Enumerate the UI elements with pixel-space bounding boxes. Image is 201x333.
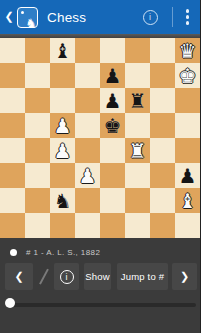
square-f6[interactable]: ♜ <box>125 88 150 113</box>
black-bishop: ♝ <box>50 38 75 63</box>
back-chevron-icon[interactable]: ❮ <box>3 0 15 34</box>
move-slider-track[interactable] <box>10 303 196 307</box>
white-king: ♚ <box>175 63 200 88</box>
square-h8[interactable]: ♛ <box>175 38 200 63</box>
black-rook: ♜ <box>125 88 150 113</box>
square-c4[interactable]: ♟ <box>50 138 75 163</box>
square-g5[interactable] <box>150 113 175 138</box>
square-f2[interactable] <box>125 188 150 213</box>
square-d4[interactable] <box>75 138 100 163</box>
square-e6[interactable]: ♟ <box>100 88 125 113</box>
square-a5[interactable] <box>0 113 25 138</box>
square-b5[interactable] <box>25 113 50 138</box>
move-slider-thumb[interactable] <box>5 298 15 308</box>
white-rook: ♜ <box>125 138 150 163</box>
square-a8[interactable] <box>0 38 25 63</box>
black-pawn: ♟ <box>100 63 125 88</box>
square-h7[interactable]: ♚ <box>175 63 200 88</box>
square-e3[interactable] <box>100 163 125 188</box>
square-e2[interactable] <box>100 188 125 213</box>
square-f8[interactable] <box>125 38 150 63</box>
square-c5[interactable]: ♟ <box>50 113 75 138</box>
square-a7[interactable] <box>0 63 25 88</box>
square-g1[interactable] <box>150 213 175 238</box>
problem-indicator-dot <box>10 249 17 256</box>
square-f5[interactable] <box>125 113 150 138</box>
white-queen: ♛ <box>175 38 200 63</box>
square-g4[interactable] <box>150 138 175 163</box>
app-icon-knight-glyph: ♞ <box>25 17 37 30</box>
show-button[interactable]: Show <box>84 263 111 290</box>
square-d8[interactable] <box>75 38 100 63</box>
square-h6[interactable] <box>175 88 200 113</box>
square-b6[interactable] <box>25 88 50 113</box>
square-d7[interactable] <box>75 63 100 88</box>
black-pawn: ♟ <box>100 88 125 113</box>
square-h5[interactable] <box>175 113 200 138</box>
square-h4[interactable] <box>175 138 200 163</box>
square-b7[interactable] <box>25 63 50 88</box>
square-h3[interactable]: ♟ <box>175 163 200 188</box>
square-d2[interactable] <box>75 188 100 213</box>
black-knight: ♞ <box>50 188 75 213</box>
square-f4[interactable]: ♜ <box>125 138 150 163</box>
square-g6[interactable] <box>150 88 175 113</box>
next-button[interactable]: ❯ <box>172 263 197 290</box>
problem-caption: # 1 - A. L. S., 1882 <box>26 248 100 257</box>
square-a4[interactable] <box>0 138 25 163</box>
square-a3[interactable] <box>0 163 25 188</box>
square-b1[interactable] <box>25 213 50 238</box>
three-dot-menu-icon[interactable] <box>184 5 192 29</box>
square-c6[interactable] <box>50 88 75 113</box>
info-button[interactable]: i <box>54 263 79 290</box>
square-e8[interactable] <box>100 38 125 63</box>
jump-to-button[interactable]: Jump to # <box>117 263 168 290</box>
square-d3[interactable]: ♟ <box>75 163 100 188</box>
square-e1[interactable] <box>100 213 125 238</box>
black-king: ♚ <box>100 113 125 138</box>
chess-app-screen: ❮ ♞ Chess i ♝♛♟♚♟♜♟♚♟♜♟♟♞♝ # 1 - A. L. S… <box>0 0 200 333</box>
black-pawn: ♟ <box>175 163 200 188</box>
square-e5[interactable]: ♚ <box>100 113 125 138</box>
page-title: Chess <box>47 10 86 25</box>
square-g3[interactable] <box>150 163 175 188</box>
square-c7[interactable] <box>50 63 75 88</box>
app-icon-dot <box>21 11 24 14</box>
square-e7[interactable]: ♟ <box>100 63 125 88</box>
square-f1[interactable] <box>125 213 150 238</box>
square-d1[interactable] <box>75 213 100 238</box>
app-bar-divider <box>172 7 173 27</box>
square-d6[interactable] <box>75 88 100 113</box>
square-b4[interactable] <box>25 138 50 163</box>
square-g2[interactable] <box>150 188 175 213</box>
chess-board: ♝♛♟♚♟♜♟♚♟♜♟♟♞♝ <box>0 38 200 238</box>
square-c8[interactable]: ♝ <box>50 38 75 63</box>
square-e4[interactable] <box>100 138 125 163</box>
white-pawn: ♟ <box>50 113 75 138</box>
square-h1[interactable] <box>175 213 200 238</box>
white-bishop: ♝ <box>175 188 200 213</box>
square-f7[interactable] <box>125 63 150 88</box>
square-b2[interactable] <box>25 188 50 213</box>
square-c1[interactable] <box>50 213 75 238</box>
square-b3[interactable] <box>25 163 50 188</box>
white-pawn: ♟ <box>50 138 75 163</box>
square-b8[interactable] <box>25 38 50 63</box>
square-h2[interactable]: ♝ <box>175 188 200 213</box>
app-bar: ❮ ♞ Chess i <box>0 0 200 34</box>
info-circle-icon[interactable]: i <box>143 10 158 25</box>
move-counter-slash-icon <box>36 263 51 290</box>
previous-button[interactable]: ❮ <box>5 263 33 290</box>
square-g8[interactable] <box>150 38 175 63</box>
white-pawn: ♟ <box>75 163 100 188</box>
info-button-icon: i <box>60 270 74 284</box>
square-f3[interactable] <box>125 163 150 188</box>
app-bar-actions: i <box>143 0 201 34</box>
square-c3[interactable] <box>50 163 75 188</box>
square-a6[interactable] <box>0 88 25 113</box>
square-d5[interactable] <box>75 113 100 138</box>
app-knight-icon: ♞ <box>17 7 38 28</box>
bottom-panel: # 1 - A. L. S., 1882 ❮ i Show Jump to # … <box>0 238 200 333</box>
square-a1[interactable] <box>0 213 25 238</box>
square-g7[interactable] <box>150 63 175 88</box>
square-a2[interactable] <box>0 188 25 213</box>
square-c2[interactable]: ♞ <box>50 188 75 213</box>
